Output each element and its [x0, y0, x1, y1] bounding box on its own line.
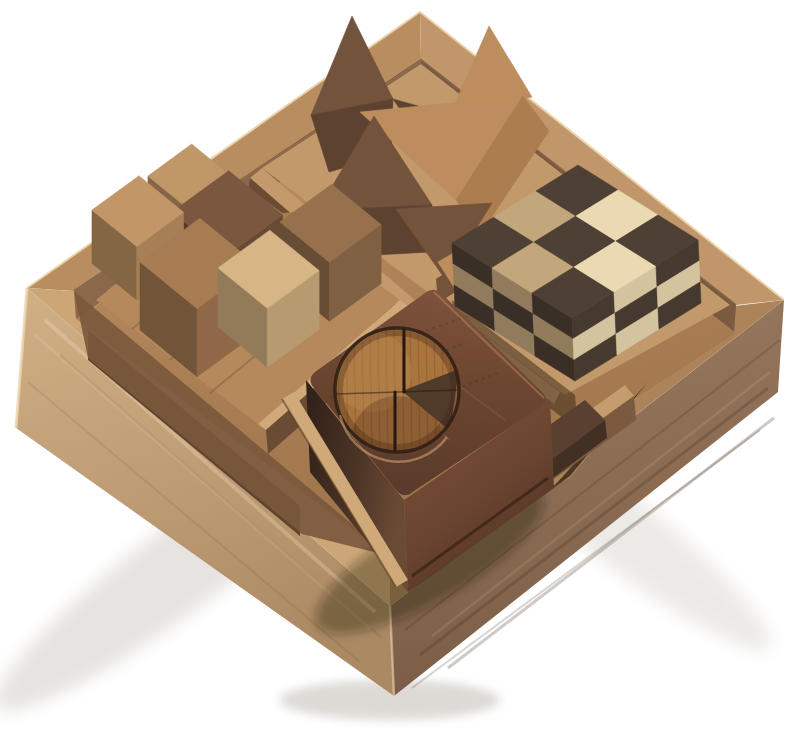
product-photo-stage	[0, 0, 800, 742]
wooden-puzzle-set-photo	[0, 0, 800, 742]
